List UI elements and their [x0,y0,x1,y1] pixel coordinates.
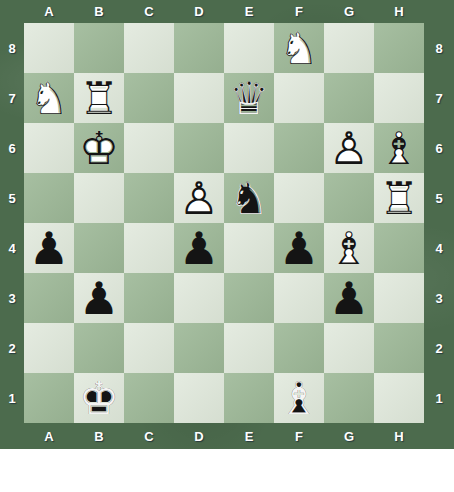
file-label-top-e: E [224,0,274,23]
white-pawn-g6[interactable]: ♟♙ [324,123,374,173]
file-label-top-c: C [124,0,174,23]
square-g8[interactable] [324,23,374,73]
piece-outline: ♘ [274,23,324,73]
piece-outline: ♗ [324,223,374,273]
rank-label-left-1: 1 [0,373,24,423]
square-b3[interactable]: ♟ [74,273,124,323]
square-c4[interactable] [124,223,174,273]
square-c8[interactable] [124,23,174,73]
black-pawn-b3[interactable]: ♟ [74,273,124,323]
rank-label-right-8: 8 [424,23,454,73]
square-h7[interactable] [374,73,424,123]
rank-label-right-5: 5 [424,173,454,223]
square-e5[interactable]: ♞♘ [224,173,274,223]
file-label-bottom-a: A [24,423,74,449]
square-b5[interactable] [74,173,124,223]
square-a5[interactable] [24,173,74,223]
file-label-bottom-c: C [124,423,174,449]
rank-label-right-7: 7 [424,73,454,123]
square-b6[interactable]: ♚♔ [74,123,124,173]
piece-outline: ♔ [74,123,124,173]
file-label-top-g: G [324,0,374,23]
square-e3[interactable] [224,273,274,323]
square-g7[interactable] [324,73,374,123]
rank-label-left-8: 8 [0,23,24,73]
square-a7[interactable]: ♞♘ [24,73,74,123]
square-g6[interactable]: ♟♙ [324,123,374,173]
piece-outline: ♕ [224,73,274,123]
square-c7[interactable] [124,73,174,123]
square-d3[interactable] [174,273,224,323]
piece-outline: ♙ [324,123,374,173]
square-e6[interactable] [224,123,274,173]
black-pawn-d4[interactable]: ♟ [174,223,224,273]
black-knight-e5[interactable]: ♞♘ [224,173,274,223]
black-queen-e7[interactable]: ♛♕ [224,73,274,123]
square-h6[interactable]: ♝♗ [374,123,424,173]
file-label-bottom-b: B [74,423,124,449]
file-label-bottom-d: D [174,423,224,449]
square-h4[interactable] [374,223,424,273]
bottom-gutter [0,449,454,492]
piece-fill: ♟ [324,273,374,323]
square-f7[interactable] [274,73,324,123]
rank-label-left-7: 7 [0,73,24,123]
square-d7[interactable] [174,73,224,123]
rank-label-right-1: 1 [424,373,454,423]
square-d2[interactable] [174,323,224,373]
rank-label-left-6: 6 [0,123,24,173]
square-a2[interactable] [24,323,74,373]
piece-fill: ♟ [74,273,124,323]
square-h3[interactable] [374,273,424,323]
file-label-top-d: D [174,0,224,23]
piece-outline: ♗ [274,373,324,423]
white-knight-f8[interactable]: ♞♘ [274,23,324,73]
piece-fill: ♟ [274,223,324,273]
file-label-top-a: A [24,0,74,23]
rank-label-left-2: 2 [0,323,24,373]
square-a1[interactable] [24,373,74,423]
square-g5[interactable] [324,173,374,223]
square-f4[interactable]: ♟ [274,223,324,273]
square-d6[interactable] [174,123,224,173]
square-a4[interactable]: ♟ [24,223,74,273]
chess-board: ♞♘♞♘♜♖♛♕♚♔♟♙♝♗♟♙♞♘♜♖♟♟♟♝♗♟♟♚♔♝♗ AABBCCDD… [0,0,454,449]
black-pawn-g3[interactable]: ♟ [324,273,374,323]
square-e4[interactable] [224,223,274,273]
square-e2[interactable] [224,323,274,373]
white-rook-b7[interactable]: ♜♖ [74,73,124,123]
piece-outline: ♗ [374,123,424,173]
piece-fill: ♟ [24,223,74,273]
square-g1[interactable] [324,373,374,423]
square-b1[interactable]: ♚♔ [74,373,124,423]
rank-label-right-6: 6 [424,123,454,173]
square-f1[interactable]: ♝♗ [274,373,324,423]
black-king-b1[interactable]: ♚♔ [74,373,124,423]
square-c1[interactable] [124,373,174,423]
square-b2[interactable] [74,323,124,373]
rank-label-right-4: 4 [424,223,454,273]
square-c3[interactable] [124,273,174,323]
square-e7[interactable]: ♛♕ [224,73,274,123]
file-label-top-b: B [74,0,124,23]
piece-outline: ♖ [374,173,424,223]
square-c5[interactable] [124,173,174,223]
square-f6[interactable] [274,123,324,173]
white-bishop-h6[interactable]: ♝♗ [374,123,424,173]
white-king-b6[interactable]: ♚♔ [74,123,124,173]
file-label-bottom-g: G [324,423,374,449]
square-a6[interactable] [24,123,74,173]
piece-outline: ♙ [174,173,224,223]
square-f3[interactable] [274,273,324,323]
square-e1[interactable] [224,373,274,423]
rank-label-right-2: 2 [424,323,454,373]
file-label-top-h: H [374,0,424,23]
white-knight-a7[interactable]: ♞♘ [24,73,74,123]
rank-label-left-4: 4 [0,223,24,273]
white-pawn-d5[interactable]: ♟♙ [174,173,224,223]
piece-fill: ♟ [174,223,224,273]
piece-outline: ♘ [24,73,74,123]
square-g4[interactable]: ♝♗ [324,223,374,273]
square-d4[interactable]: ♟ [174,223,224,273]
square-g3[interactable]: ♟ [324,273,374,323]
square-b7[interactable]: ♜♖ [74,73,124,123]
piece-outline: ♔ [74,373,124,423]
square-h5[interactable]: ♜♖ [374,173,424,223]
file-label-bottom-h: H [374,423,424,449]
file-label-bottom-f: F [274,423,324,449]
square-h1[interactable] [374,373,424,423]
square-f5[interactable] [274,173,324,223]
square-g2[interactable] [324,323,374,373]
black-pawn-f4[interactable]: ♟ [274,223,324,273]
square-b4[interactable] [74,223,124,273]
rank-label-right-3: 3 [424,273,454,323]
square-b8[interactable] [74,23,124,73]
square-h2[interactable] [374,323,424,373]
square-c6[interactable] [124,123,174,173]
file-label-top-f: F [274,0,324,23]
white-bishop-g4[interactable]: ♝♗ [324,223,374,273]
square-f2[interactable] [274,323,324,373]
black-pawn-a4[interactable]: ♟ [24,223,74,273]
piece-outline: ♖ [74,73,124,123]
rank-label-left-5: 5 [0,173,24,223]
square-d8[interactable] [174,23,224,73]
white-rook-h5[interactable]: ♜♖ [374,173,424,223]
square-f8[interactable]: ♞♘ [274,23,324,73]
black-bishop-f1[interactable]: ♝♗ [274,373,324,423]
board-grid: ♞♘♞♘♜♖♛♕♚♔♟♙♝♗♟♙♞♘♜♖♟♟♟♝♗♟♟♚♔♝♗ [24,23,424,423]
square-h8[interactable] [374,23,424,73]
square-d5[interactable]: ♟♙ [174,173,224,223]
square-a3[interactable] [24,273,74,323]
square-c2[interactable] [124,323,174,373]
file-label-bottom-e: E [224,423,274,449]
rank-label-left-3: 3 [0,273,24,323]
square-a8[interactable] [24,23,74,73]
square-d1[interactable] [174,373,224,423]
square-e8[interactable] [224,23,274,73]
piece-outline: ♘ [224,173,274,223]
